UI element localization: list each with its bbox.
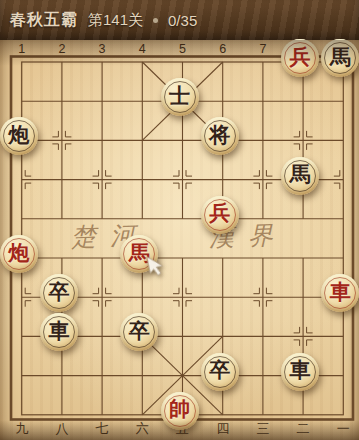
file-label-bottom: 二 (297, 420, 310, 438)
file-label-bottom: 七 (96, 420, 109, 438)
black-soldier[interactable]: 卒 (40, 274, 78, 312)
red-general[interactable]: 帥 (161, 392, 199, 430)
red-chariot[interactable]: 車 (321, 274, 359, 312)
piece-character: 炮 (8, 243, 29, 264)
piece-character: 兵 (209, 203, 230, 224)
red-horse[interactable]: 馬 (120, 235, 158, 273)
file-label-bottom: 一 (337, 420, 350, 438)
piece-character: 馬 (290, 164, 311, 185)
file-label-top: 6 (219, 42, 226, 56)
campaign-title: 春秋五霸 (10, 10, 78, 31)
black-soldier[interactable]: 卒 (201, 353, 239, 391)
piece-character: 卒 (48, 282, 69, 303)
piece-character: 将 (209, 125, 230, 146)
level-header: 春秋五霸 第141关 0/35 (0, 0, 359, 40)
piece-character: 馬 (330, 47, 351, 68)
file-label-bottom: 八 (55, 420, 68, 438)
piece-character: 車 (290, 360, 311, 381)
file-label-top: 4 (139, 42, 146, 56)
piece-character: 車 (330, 282, 351, 303)
file-label-top: 5 (179, 42, 186, 56)
piece-character: 炮 (8, 125, 29, 146)
piece-character: 卒 (129, 321, 150, 342)
level-number: 第141关 (88, 11, 143, 30)
file-label-top: 7 (259, 42, 266, 56)
file-label-top: 3 (99, 42, 106, 56)
red-cannon[interactable]: 炮 (0, 235, 38, 273)
piece-character: 車 (48, 321, 69, 342)
black-horse[interactable]: 馬 (281, 157, 319, 195)
red-soldier[interactable]: 兵 (281, 39, 319, 77)
file-label-bottom: 四 (216, 420, 229, 438)
black-chariot[interactable]: 車 (281, 353, 319, 391)
piece-character: 帥 (169, 399, 190, 420)
xiangqi-board[interactable]: 楚河 漢界 123456789九八七六五四三二一 兵馬士炮将馬兵炮馬卒車車卒卒車… (0, 40, 359, 440)
piece-character: 卒 (209, 360, 230, 381)
progress-dot-icon (153, 18, 158, 23)
level-progress: 0/35 (168, 12, 197, 29)
black-cannon[interactable]: 炮 (0, 117, 38, 155)
file-label-bottom: 九 (15, 420, 28, 438)
file-label-bottom: 三 (256, 420, 269, 438)
game-screen: 春秋五霸 第141关 0/35 楚河 漢界 123456789九八七六五四三二一… (0, 0, 359, 440)
file-label-top: 2 (58, 42, 65, 56)
black-advisor[interactable]: 士 (161, 78, 199, 116)
piece-character: 兵 (290, 47, 311, 68)
file-label-top: 1 (18, 42, 25, 56)
file-label-bottom: 六 (136, 420, 149, 438)
black-general[interactable]: 将 (201, 117, 239, 155)
black-horse[interactable]: 馬 (321, 39, 359, 77)
red-soldier[interactable]: 兵 (201, 196, 239, 234)
piece-character: 士 (169, 86, 190, 107)
